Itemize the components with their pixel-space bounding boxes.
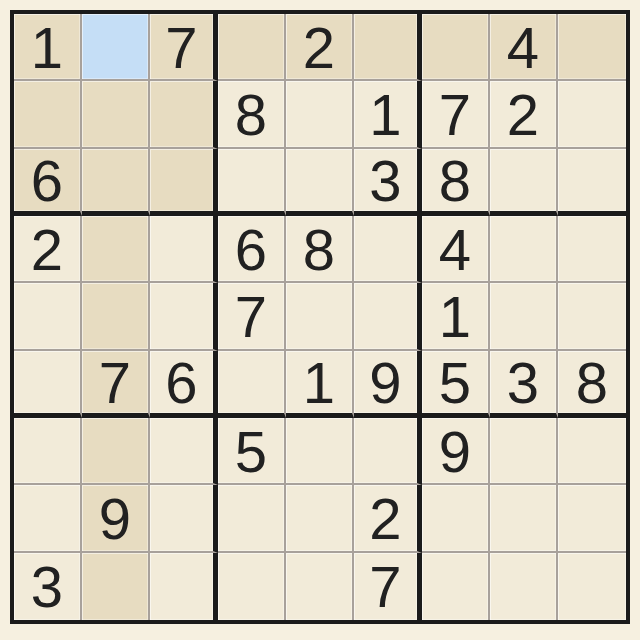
- cell-r1c8[interactable]: 4: [490, 14, 558, 81]
- cell-r8c8[interactable]: [490, 485, 558, 552]
- cell-r7c1[interactable]: [14, 418, 82, 485]
- cell-r3c5[interactable]: [286, 149, 354, 216]
- cell-r6c2[interactable]: 7: [82, 351, 150, 418]
- cell-r5c8[interactable]: [490, 283, 558, 350]
- cell-r6c8[interactable]: 3: [490, 351, 558, 418]
- cell-r3c6[interactable]: 3: [354, 149, 422, 216]
- cell-r3c2[interactable]: [82, 149, 150, 216]
- cell-r4c9[interactable]: [558, 216, 626, 283]
- cell-digit: 4: [507, 19, 539, 77]
- cell-digit: 6: [235, 221, 267, 279]
- cell-r8c6[interactable]: 2: [354, 485, 422, 552]
- cell-digit: 1: [303, 354, 335, 412]
- cell-r3c8[interactable]: [490, 149, 558, 216]
- cell-digit: 7: [99, 354, 131, 412]
- cell-r4c4[interactable]: 6: [218, 216, 286, 283]
- cell-r6c7[interactable]: 5: [422, 351, 490, 418]
- cell-r8c1[interactable]: [14, 485, 82, 552]
- cell-r3c9[interactable]: [558, 149, 626, 216]
- cell-r6c6[interactable]: 9: [354, 351, 422, 418]
- cell-r9c6[interactable]: 7: [354, 553, 422, 620]
- cell-r2c2[interactable]: [82, 81, 150, 148]
- cell-r1c1[interactable]: 1: [14, 14, 82, 81]
- cell-r6c9[interactable]: 8: [558, 351, 626, 418]
- cell-r3c4[interactable]: [218, 149, 286, 216]
- cell-digit: 7: [165, 19, 197, 77]
- cell-digit: 2: [369, 490, 401, 548]
- cell-r4c1[interactable]: 2: [14, 216, 82, 283]
- cell-r1c2[interactable]: [82, 14, 150, 81]
- cell-digit: 9: [99, 490, 131, 548]
- cell-r8c7[interactable]: [422, 485, 490, 552]
- cell-r2c8[interactable]: 2: [490, 81, 558, 148]
- cell-r7c5[interactable]: [286, 418, 354, 485]
- cell-digit: 5: [439, 354, 471, 412]
- cell-r1c5[interactable]: 2: [286, 14, 354, 81]
- cell-digit: 7: [235, 288, 267, 346]
- cell-r9c7[interactable]: [422, 553, 490, 620]
- cell-r4c6[interactable]: [354, 216, 422, 283]
- cell-r9c2[interactable]: [82, 553, 150, 620]
- cell-digit: 2: [31, 221, 63, 279]
- cell-digit: 3: [369, 152, 401, 210]
- cell-r9c1[interactable]: 3: [14, 553, 82, 620]
- cell-digit: 1: [369, 86, 401, 144]
- cell-r9c4[interactable]: [218, 553, 286, 620]
- cell-r6c1[interactable]: [14, 351, 82, 418]
- cell-r2c6[interactable]: 1: [354, 81, 422, 148]
- cell-digit: 9: [369, 354, 401, 412]
- cell-r7c9[interactable]: [558, 418, 626, 485]
- cell-digit: 8: [576, 354, 608, 412]
- cell-r7c2[interactable]: [82, 418, 150, 485]
- cell-r5c3[interactable]: [150, 283, 218, 350]
- cell-digit: 8: [439, 152, 471, 210]
- cell-r4c2[interactable]: [82, 216, 150, 283]
- cell-r8c3[interactable]: [150, 485, 218, 552]
- cell-digit: 8: [235, 86, 267, 144]
- cell-digit: 2: [507, 86, 539, 144]
- cell-digit: 1: [31, 19, 63, 77]
- cell-r9c9[interactable]: [558, 553, 626, 620]
- cell-r7c3[interactable]: [150, 418, 218, 485]
- cell-r7c8[interactable]: [490, 418, 558, 485]
- sudoku-board: 172481726382684717619538599237: [10, 10, 630, 624]
- cell-digit: 1: [439, 288, 471, 346]
- cell-r7c6[interactable]: [354, 418, 422, 485]
- cell-digit: 6: [31, 152, 63, 210]
- cell-r5c7[interactable]: 1: [422, 283, 490, 350]
- cell-r4c8[interactable]: [490, 216, 558, 283]
- cell-r6c3[interactable]: 6: [150, 351, 218, 418]
- cell-r5c9[interactable]: [558, 283, 626, 350]
- cell-r4c5[interactable]: 8: [286, 216, 354, 283]
- cell-r1c4[interactable]: [218, 14, 286, 81]
- cell-r8c5[interactable]: [286, 485, 354, 552]
- cell-digit: 3: [31, 558, 63, 616]
- cell-r8c4[interactable]: [218, 485, 286, 552]
- cell-digit: 5: [235, 423, 267, 481]
- cell-r1c9[interactable]: [558, 14, 626, 81]
- cell-digit: 3: [507, 354, 539, 412]
- cell-r6c4[interactable]: [218, 351, 286, 418]
- cell-r5c5[interactable]: [286, 283, 354, 350]
- cell-digit: 7: [439, 86, 471, 144]
- cell-digit: 9: [439, 423, 471, 481]
- cell-digit: 4: [439, 221, 471, 279]
- cell-r2c4[interactable]: 8: [218, 81, 286, 148]
- cell-r4c3[interactable]: [150, 216, 218, 283]
- cell-r8c2[interactable]: 9: [82, 485, 150, 552]
- cell-r8c9[interactable]: [558, 485, 626, 552]
- cell-r7c7[interactable]: 9: [422, 418, 490, 485]
- cell-digit: 8: [303, 221, 335, 279]
- cell-r5c6[interactable]: [354, 283, 422, 350]
- cell-r9c8[interactable]: [490, 553, 558, 620]
- cell-r2c5[interactable]: [286, 81, 354, 148]
- cell-r9c5[interactable]: [286, 553, 354, 620]
- cell-r3c1[interactable]: 6: [14, 149, 82, 216]
- cell-r1c7[interactable]: [422, 14, 490, 81]
- cell-r6c5[interactable]: 1: [286, 351, 354, 418]
- cell-digit: 6: [165, 354, 197, 412]
- cell-digit: 7: [369, 558, 401, 616]
- cell-r1c6[interactable]: [354, 14, 422, 81]
- cell-r2c1[interactable]: [14, 81, 82, 148]
- cell-r1c3[interactable]: 7: [150, 14, 218, 81]
- cell-r9c3[interactable]: [150, 553, 218, 620]
- cell-r4c7[interactable]: 4: [422, 216, 490, 283]
- cell-r2c3[interactable]: [150, 81, 218, 148]
- cell-r2c9[interactable]: [558, 81, 626, 148]
- cell-r5c1[interactable]: [14, 283, 82, 350]
- cell-r7c4[interactable]: 5: [218, 418, 286, 485]
- cell-r5c2[interactable]: [82, 283, 150, 350]
- cell-r2c7[interactable]: 7: [422, 81, 490, 148]
- cell-r3c7[interactable]: 8: [422, 149, 490, 216]
- cell-digit: 2: [303, 19, 335, 77]
- cell-r3c3[interactable]: [150, 149, 218, 216]
- cell-r5c4[interactable]: 7: [218, 283, 286, 350]
